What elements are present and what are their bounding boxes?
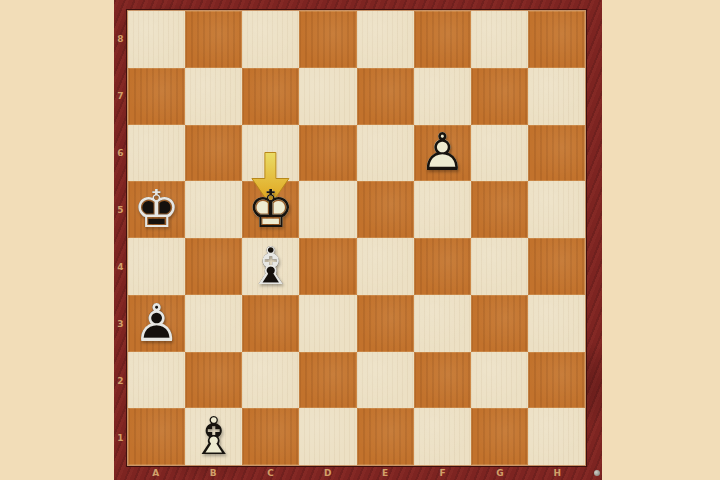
black-pawn-outline: ♙ bbox=[128, 295, 185, 352]
rank-label-3: 3 bbox=[114, 295, 127, 352]
square-e3[interactable] bbox=[357, 295, 414, 352]
square-g1[interactable] bbox=[471, 408, 528, 465]
square-d3[interactable] bbox=[299, 295, 356, 352]
rank-label-6: 6 bbox=[114, 124, 127, 181]
square-g3[interactable] bbox=[471, 295, 528, 352]
square-e8[interactable] bbox=[357, 11, 414, 68]
square-d6[interactable] bbox=[299, 125, 356, 182]
chess-board-frame: 87654321 ABCDEFGH ♟♙♚♔♚♔♝♗♟♙♝♗ bbox=[114, 0, 602, 480]
square-a7[interactable] bbox=[128, 68, 185, 125]
rank-label-5: 5 bbox=[114, 181, 127, 238]
square-d2[interactable] bbox=[299, 352, 356, 409]
rank-label-7: 7 bbox=[114, 67, 127, 124]
square-b3[interactable] bbox=[185, 295, 242, 352]
square-c2[interactable] bbox=[242, 352, 299, 409]
square-b1[interactable]: ♝♗ bbox=[185, 408, 242, 465]
square-e5[interactable] bbox=[357, 181, 414, 238]
rank-label-8: 8 bbox=[114, 10, 127, 67]
square-d5[interactable] bbox=[299, 181, 356, 238]
square-h8[interactable] bbox=[528, 11, 585, 68]
square-a8[interactable] bbox=[128, 11, 185, 68]
square-d7[interactable] bbox=[299, 68, 356, 125]
square-f3[interactable] bbox=[414, 295, 471, 352]
square-f2[interactable] bbox=[414, 352, 471, 409]
square-b5[interactable] bbox=[185, 181, 242, 238]
square-b4[interactable] bbox=[185, 238, 242, 295]
square-h3[interactable] bbox=[528, 295, 585, 352]
file-label-c: C bbox=[242, 466, 299, 480]
white-pawn-outline: ♙ bbox=[414, 125, 471, 182]
file-labels: ABCDEFGH bbox=[127, 466, 586, 480]
square-b8[interactable] bbox=[185, 11, 242, 68]
square-a5[interactable]: ♚♔ bbox=[128, 181, 185, 238]
file-label-h: H bbox=[529, 466, 586, 480]
square-d4[interactable] bbox=[299, 238, 356, 295]
square-f7[interactable] bbox=[414, 68, 471, 125]
white-bishop-outline: ♗ bbox=[185, 408, 242, 465]
square-b6[interactable] bbox=[185, 125, 242, 182]
file-label-g: G bbox=[471, 466, 528, 480]
square-e6[interactable] bbox=[357, 125, 414, 182]
square-g5[interactable] bbox=[471, 181, 528, 238]
square-e4[interactable] bbox=[357, 238, 414, 295]
square-c3[interactable] bbox=[242, 295, 299, 352]
piece-white-pawn[interactable]: ♟♙ bbox=[414, 125, 471, 182]
square-a4[interactable] bbox=[128, 238, 185, 295]
square-h1[interactable] bbox=[528, 408, 585, 465]
square-h5[interactable] bbox=[528, 181, 585, 238]
square-f5[interactable] bbox=[414, 181, 471, 238]
page-background: 87654321 ABCDEFGH ♟♙♚♔♚♔♝♗♟♙♝♗ bbox=[0, 0, 720, 480]
square-h4[interactable] bbox=[528, 238, 585, 295]
square-f6[interactable]: ♟♙ bbox=[414, 125, 471, 182]
square-e1[interactable] bbox=[357, 408, 414, 465]
resize-dot-icon bbox=[594, 470, 600, 476]
black-king-outline: ♔ bbox=[128, 181, 185, 238]
piece-black-pawn[interactable]: ♟♙ bbox=[128, 295, 185, 352]
square-g8[interactable] bbox=[471, 11, 528, 68]
square-g6[interactable] bbox=[471, 125, 528, 182]
square-e7[interactable] bbox=[357, 68, 414, 125]
square-c1[interactable] bbox=[242, 408, 299, 465]
square-d8[interactable] bbox=[299, 11, 356, 68]
square-b7[interactable] bbox=[185, 68, 242, 125]
piece-black-bishop[interactable]: ♝♗ bbox=[242, 238, 299, 295]
square-c5[interactable]: ♚♔ bbox=[242, 181, 299, 238]
file-label-e: E bbox=[357, 466, 414, 480]
rank-labels: 87654321 bbox=[114, 10, 127, 466]
file-label-b: B bbox=[184, 466, 241, 480]
square-f1[interactable] bbox=[414, 408, 471, 465]
square-g7[interactable] bbox=[471, 68, 528, 125]
file-label-d: D bbox=[299, 466, 356, 480]
square-e2[interactable] bbox=[357, 352, 414, 409]
black-bishop-outline: ♗ bbox=[242, 238, 299, 295]
piece-white-king[interactable]: ♚♔ bbox=[242, 181, 299, 238]
square-h6[interactable] bbox=[528, 125, 585, 182]
rank-label-2: 2 bbox=[114, 352, 127, 409]
file-label-f: F bbox=[414, 466, 471, 480]
square-g4[interactable] bbox=[471, 238, 528, 295]
rank-label-4: 4 bbox=[114, 238, 127, 295]
square-a1[interactable] bbox=[128, 408, 185, 465]
square-c8[interactable] bbox=[242, 11, 299, 68]
square-c6[interactable] bbox=[242, 125, 299, 182]
chess-board[interactable]: ♟♙♚♔♚♔♝♗♟♙♝♗ bbox=[127, 10, 586, 466]
square-f4[interactable] bbox=[414, 238, 471, 295]
square-d1[interactable] bbox=[299, 408, 356, 465]
square-h2[interactable] bbox=[528, 352, 585, 409]
square-a3[interactable]: ♟♙ bbox=[128, 295, 185, 352]
square-h7[interactable] bbox=[528, 68, 585, 125]
square-g2[interactable] bbox=[471, 352, 528, 409]
square-c4[interactable]: ♝♗ bbox=[242, 238, 299, 295]
file-label-a: A bbox=[127, 466, 184, 480]
square-f8[interactable] bbox=[414, 11, 471, 68]
square-b2[interactable] bbox=[185, 352, 242, 409]
piece-black-king[interactable]: ♚♔ bbox=[128, 181, 185, 238]
square-c7[interactable] bbox=[242, 68, 299, 125]
white-king-outline: ♔ bbox=[242, 181, 299, 238]
square-a2[interactable] bbox=[128, 352, 185, 409]
rank-label-1: 1 bbox=[114, 409, 127, 466]
piece-white-bishop[interactable]: ♝♗ bbox=[185, 408, 242, 465]
square-a6[interactable] bbox=[128, 125, 185, 182]
